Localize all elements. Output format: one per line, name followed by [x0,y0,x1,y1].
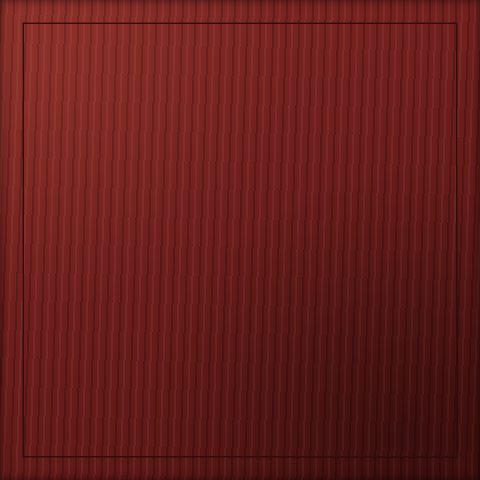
chessboard [24,24,456,456]
chessboard-frame [0,0,480,480]
